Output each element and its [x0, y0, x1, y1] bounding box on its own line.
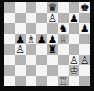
square-e5[interactable]: ♟ — [47, 34, 58, 45]
square-b4[interactable]: ♙ — [15, 44, 26, 55]
square-b3[interactable] — [15, 55, 26, 66]
square-g4[interactable] — [69, 44, 80, 55]
square-f8[interactable] — [58, 2, 69, 13]
square-h2[interactable] — [79, 65, 90, 76]
square-e2[interactable] — [47, 65, 58, 76]
square-a7[interactable] — [4, 13, 15, 24]
square-g6[interactable] — [69, 23, 80, 34]
black-pawn[interactable]: ♟ — [37, 34, 46, 45]
square-f6[interactable]: ♞ — [58, 23, 69, 34]
square-f3[interactable] — [58, 55, 69, 66]
square-c8[interactable] — [26, 2, 37, 13]
square-a5[interactable] — [4, 34, 15, 45]
square-h4[interactable] — [79, 44, 90, 55]
square-f7[interactable] — [58, 13, 69, 24]
square-a2[interactable] — [4, 65, 15, 76]
square-b7[interactable] — [15, 13, 26, 24]
square-d3[interactable] — [36, 55, 47, 66]
square-d6[interactable] — [36, 23, 47, 34]
square-h6[interactable]: ♟ — [79, 23, 90, 34]
square-e6[interactable] — [47, 23, 58, 34]
square-d8[interactable] — [36, 2, 47, 13]
white-queen[interactable]: ♕ — [58, 34, 67, 45]
square-g1[interactable] — [69, 76, 80, 87]
black-king[interactable]: ♚ — [80, 2, 89, 13]
square-c3[interactable] — [26, 55, 37, 66]
square-d2[interactable] — [36, 65, 47, 76]
square-a8[interactable] — [4, 2, 15, 13]
square-f2[interactable] — [58, 65, 69, 76]
square-e7[interactable]: ♙ — [47, 13, 58, 24]
square-f1[interactable]: ♖ — [58, 76, 69, 87]
black-pawn[interactable]: ♟ — [69, 13, 78, 24]
square-b2[interactable] — [15, 65, 26, 76]
square-a4[interactable] — [4, 44, 15, 55]
square-c7[interactable] — [26, 13, 37, 24]
black-queen[interactable]: ♛ — [48, 2, 57, 13]
white-bishop[interactable]: ♗ — [26, 34, 35, 45]
square-e4[interactable]: ♜ — [47, 44, 58, 55]
square-b1[interactable] — [15, 76, 26, 87]
square-b8[interactable] — [15, 2, 26, 13]
square-a3[interactable] — [4, 55, 15, 66]
square-e1[interactable] — [47, 76, 58, 87]
square-b6[interactable] — [15, 23, 26, 34]
chess-board: ♛♚♙♟♞♟♟♗♟♟♕♙♜♙♙♔♖ — [4, 2, 90, 86]
square-c5[interactable]: ♗ — [26, 34, 37, 45]
square-d7[interactable] — [36, 13, 47, 24]
square-g2[interactable]: ♔ — [69, 65, 80, 76]
square-e8[interactable]: ♛ — [47, 2, 58, 13]
white-king[interactable]: ♔ — [69, 65, 78, 76]
square-d4[interactable] — [36, 44, 47, 55]
white-pawn[interactable]: ♙ — [48, 13, 57, 24]
white-pawn[interactable]: ♙ — [69, 55, 78, 66]
black-knight[interactable]: ♞ — [58, 23, 67, 34]
square-h7[interactable] — [79, 13, 90, 24]
square-d5[interactable]: ♟ — [36, 34, 47, 45]
square-h1[interactable] — [79, 76, 90, 87]
square-a1[interactable] — [4, 76, 15, 87]
square-g5[interactable] — [69, 34, 80, 45]
square-g7[interactable]: ♟ — [69, 13, 80, 24]
square-g8[interactable] — [69, 2, 80, 13]
white-pawn[interactable]: ♙ — [80, 55, 89, 66]
square-h5[interactable] — [79, 34, 90, 45]
square-b5[interactable]: ♟ — [15, 34, 26, 45]
square-e3[interactable] — [47, 55, 58, 66]
square-c1[interactable] — [26, 76, 37, 87]
square-c4[interactable] — [26, 44, 37, 55]
square-c6[interactable] — [26, 23, 37, 34]
square-h3[interactable]: ♙ — [79, 55, 90, 66]
board-frame: ♛♚♙♟♞♟♟♗♟♟♕♙♜♙♙♔♖ — [0, 0, 94, 91]
square-d1[interactable] — [36, 76, 47, 87]
white-rook[interactable]: ♖ — [58, 76, 67, 87]
black-pawn[interactable]: ♟ — [48, 34, 57, 45]
black-rook[interactable]: ♜ — [48, 44, 57, 55]
white-pawn[interactable]: ♙ — [15, 44, 24, 55]
black-pawn[interactable]: ♟ — [15, 34, 24, 45]
square-h8[interactable]: ♚ — [79, 2, 90, 13]
square-f5[interactable]: ♕ — [58, 34, 69, 45]
square-g3[interactable]: ♙ — [69, 55, 80, 66]
square-a6[interactable] — [4, 23, 15, 34]
square-f4[interactable] — [58, 44, 69, 55]
black-pawn[interactable]: ♟ — [80, 23, 89, 34]
square-c2[interactable] — [26, 65, 37, 76]
